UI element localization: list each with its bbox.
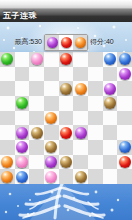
board-cell[interactable] <box>117 140 132 155</box>
board-cell[interactable] <box>73 52 88 67</box>
next-ball-slot <box>45 35 59 50</box>
ball-purple[interactable] <box>104 83 116 95</box>
board-cell[interactable] <box>73 155 88 170</box>
board-cell[interactable] <box>0 111 15 126</box>
board-cell[interactable] <box>29 111 44 126</box>
ball-orange[interactable] <box>45 112 57 124</box>
board-cell[interactable] <box>0 169 15 184</box>
board-cell[interactable] <box>0 81 15 96</box>
board-cell[interactable] <box>73 81 88 96</box>
board-cell[interactable] <box>15 81 30 96</box>
board-cell[interactable] <box>103 169 118 184</box>
ball-orange[interactable] <box>1 171 13 183</box>
ball-pink[interactable] <box>45 171 57 183</box>
board-cell[interactable] <box>73 140 88 155</box>
board-cell[interactable] <box>15 169 30 184</box>
ball-orange[interactable] <box>75 83 87 95</box>
ball-red[interactable] <box>119 156 131 168</box>
board-cell[interactable] <box>15 155 30 170</box>
board-cell[interactable] <box>59 96 74 111</box>
board-cell[interactable] <box>59 169 74 184</box>
board-cell[interactable] <box>73 169 88 184</box>
ball-purple[interactable] <box>119 68 131 80</box>
app-window: 五子连珠 最高:530 得分:40 <box>0 0 132 220</box>
board-cell[interactable] <box>29 125 44 140</box>
board-cell[interactable] <box>15 96 30 111</box>
board-cell[interactable] <box>29 67 44 82</box>
board-cell[interactable] <box>103 52 118 67</box>
board-cell[interactable] <box>0 52 15 67</box>
board-cell[interactable] <box>59 81 74 96</box>
high-score-label: 最高:530 <box>0 37 44 47</box>
board-cell[interactable] <box>59 67 74 82</box>
board-cell[interactable] <box>15 125 30 140</box>
ball-orange[interactable] <box>75 37 86 48</box>
ball-blue[interactable] <box>16 171 28 183</box>
ball-green[interactable] <box>1 53 13 65</box>
board-cell[interactable] <box>15 67 30 82</box>
ball-purple[interactable] <box>75 127 87 139</box>
board-cell[interactable] <box>44 140 59 155</box>
board-cell[interactable] <box>29 140 44 155</box>
next-ball-slot <box>73 35 87 50</box>
ball-brown[interactable] <box>45 141 57 153</box>
board-cell[interactable] <box>88 155 103 170</box>
ball-brown[interactable] <box>104 97 116 109</box>
board-cell[interactable] <box>44 96 59 111</box>
board-cell[interactable] <box>117 52 132 67</box>
board-cell[interactable] <box>44 111 59 126</box>
game-area: 最高:530 得分:40 <box>0 22 132 220</box>
board-cell[interactable] <box>117 96 132 111</box>
board-cell[interactable] <box>0 155 15 170</box>
board[interactable] <box>0 52 132 184</box>
score-bar: 最高:530 得分:40 <box>0 33 132 51</box>
board-cell[interactable] <box>88 96 103 111</box>
board-cell[interactable] <box>15 52 30 67</box>
ball-red[interactable] <box>60 53 72 65</box>
ball-pink[interactable] <box>16 156 28 168</box>
board-cell[interactable] <box>29 169 44 184</box>
board-cell[interactable] <box>0 140 15 155</box>
board-cell[interactable] <box>29 81 44 96</box>
board-cell[interactable] <box>103 81 118 96</box>
board-cell[interactable] <box>44 52 59 67</box>
app-title: 五子连珠 <box>3 11 37 20</box>
board-cell[interactable] <box>44 169 59 184</box>
next-ball-slot <box>59 35 73 50</box>
ball-brown[interactable] <box>31 127 43 139</box>
board-cell[interactable] <box>44 81 59 96</box>
board-cell[interactable] <box>88 140 103 155</box>
ball-pink[interactable] <box>31 53 43 65</box>
board-cell[interactable] <box>117 81 132 96</box>
board-cell[interactable] <box>117 169 132 184</box>
next-balls-preview <box>44 34 88 51</box>
board-cell[interactable] <box>44 155 59 170</box>
title-bar: 五子连珠 <box>0 9 132 22</box>
board-cell[interactable] <box>88 111 103 126</box>
ball-red[interactable] <box>61 37 72 48</box>
board-cell[interactable] <box>0 125 15 140</box>
status-bar <box>0 0 132 9</box>
ball-purple[interactable] <box>45 156 57 168</box>
board-cell[interactable] <box>59 155 74 170</box>
ball-purple[interactable] <box>47 37 58 48</box>
board-cell[interactable] <box>0 67 15 82</box>
board-cell[interactable] <box>73 125 88 140</box>
ball-blue[interactable] <box>104 53 116 65</box>
board-cell[interactable] <box>73 96 88 111</box>
board-cell[interactable] <box>103 67 118 82</box>
ball-purple[interactable] <box>16 141 28 153</box>
board-cell[interactable] <box>117 125 132 140</box>
board-cell[interactable] <box>103 140 118 155</box>
board-cell[interactable] <box>29 96 44 111</box>
board-cell[interactable] <box>29 155 44 170</box>
board-cell[interactable] <box>15 140 30 155</box>
frost-tree-decoration <box>0 182 132 220</box>
ball-blue[interactable] <box>119 141 131 153</box>
board-cell[interactable] <box>73 111 88 126</box>
board-cell[interactable] <box>117 67 132 82</box>
ball-brown[interactable] <box>60 156 72 168</box>
board-cell[interactable] <box>0 96 15 111</box>
board-cell[interactable] <box>117 155 132 170</box>
ball-blue[interactable] <box>119 53 131 65</box>
board-cell[interactable] <box>29 52 44 67</box>
board-cell[interactable] <box>59 125 74 140</box>
board-cell[interactable] <box>88 81 103 96</box>
board-cell[interactable] <box>73 67 88 82</box>
board-cell[interactable] <box>103 111 118 126</box>
board-cell[interactable] <box>44 125 59 140</box>
ball-brown[interactable] <box>60 83 72 95</box>
board-cell[interactable] <box>15 111 30 126</box>
board-cell[interactable] <box>44 67 59 82</box>
score-label: 得分:40 <box>88 37 132 47</box>
board-cell[interactable] <box>59 140 74 155</box>
board-cell[interactable] <box>59 52 74 67</box>
ball-red[interactable] <box>60 127 72 139</box>
board-cell[interactable] <box>103 96 118 111</box>
board-cell[interactable] <box>88 67 103 82</box>
board-cell[interactable] <box>88 52 103 67</box>
board-cell[interactable] <box>103 125 118 140</box>
board-cell[interactable] <box>103 155 118 170</box>
ball-green[interactable] <box>16 97 28 109</box>
board-cell[interactable] <box>59 111 74 126</box>
ball-orange[interactable] <box>1 156 13 168</box>
board-cell[interactable] <box>117 111 132 126</box>
board-cell[interactable] <box>88 125 103 140</box>
ball-brown[interactable] <box>75 171 87 183</box>
board-cell[interactable] <box>88 169 103 184</box>
ball-purple[interactable] <box>16 127 28 139</box>
